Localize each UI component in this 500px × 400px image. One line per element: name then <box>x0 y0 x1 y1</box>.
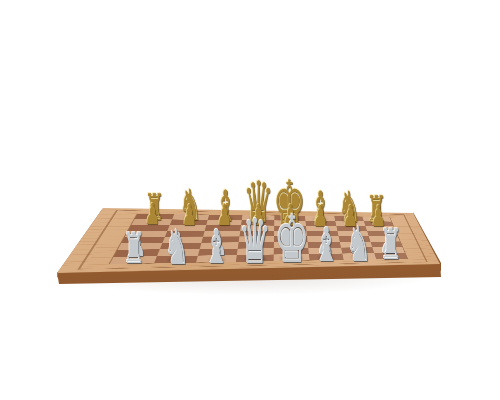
piece-white-king-e1: ♚ <box>272 207 312 273</box>
piece-white-knight-b1: ♞ <box>162 223 191 271</box>
piece-white-knight-g1: ♞ <box>345 220 374 268</box>
piece-black-pawn-a7: ♟ <box>144 200 161 229</box>
piece-white-rook-a1: ♜ <box>121 228 146 270</box>
piece-white-rook-h1: ♜ <box>378 224 403 266</box>
piece-white-bishop-c1: ♝ <box>203 223 231 270</box>
chess-set-photo: ♜♞♝♛♚♝♞♜♟♟♟♟♟♟♟♟♟♟♟♟♟♟♟♟♜♞♝♛♚♝♞♜ <box>0 0 500 400</box>
pieces-layer: ♜♞♝♛♚♝♞♜♟♟♟♟♟♟♟♟♟♟♟♟♟♟♟♟♜♞♝♛♚♝♞♜ <box>0 0 500 400</box>
piece-white-queen-d1: ♛ <box>237 211 274 273</box>
piece-white-bishop-f1: ♝ <box>312 221 340 268</box>
